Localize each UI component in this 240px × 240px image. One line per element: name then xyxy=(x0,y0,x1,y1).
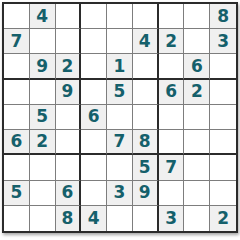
cell-r7c2[interactable] xyxy=(30,155,56,180)
cell-r2c2[interactable] xyxy=(30,29,56,54)
cell-r6c5[interactable]: 7 xyxy=(107,130,133,155)
cell-r2c7[interactable]: 2 xyxy=(159,29,185,54)
cell-r1c7[interactable] xyxy=(159,4,185,29)
cell-r8c2[interactable] xyxy=(30,181,56,206)
cell-r5c2[interactable]: 5 xyxy=(30,105,56,130)
cell-r5c7[interactable] xyxy=(159,105,185,130)
cell-r3c4[interactable] xyxy=(81,54,107,79)
cell-r4c7[interactable]: 6 xyxy=(159,80,185,105)
cell-r8c6[interactable]: 9 xyxy=(133,181,159,206)
cell-r1c3[interactable] xyxy=(56,4,82,29)
cell-r1c8[interactable] xyxy=(184,4,210,29)
cell-r6c3[interactable] xyxy=(56,130,82,155)
cell-r1c2[interactable]: 4 xyxy=(30,4,56,29)
cell-r4c9[interactable] xyxy=(210,80,236,105)
cell-r7c3[interactable] xyxy=(56,155,82,180)
cell-r3c6[interactable] xyxy=(133,54,159,79)
cell-r3c3[interactable]: 2 xyxy=(56,54,82,79)
cell-r4c4[interactable] xyxy=(81,80,107,105)
cell-r2c6[interactable]: 4 xyxy=(133,29,159,54)
cell-r5c5[interactable] xyxy=(107,105,133,130)
cell-r8c4[interactable] xyxy=(81,181,107,206)
cell-r6c7[interactable] xyxy=(159,130,185,155)
cell-r8c3[interactable]: 6 xyxy=(56,181,82,206)
cell-r9c7[interactable]: 3 xyxy=(159,206,185,231)
cell-r3c1[interactable] xyxy=(4,54,30,79)
cell-r9c3[interactable]: 8 xyxy=(56,206,82,231)
cell-r2c4[interactable] xyxy=(81,29,107,54)
cell-r7c6[interactable]: 5 xyxy=(133,155,159,180)
cell-r6c1[interactable]: 6 xyxy=(4,130,30,155)
cell-r4c2[interactable] xyxy=(30,80,56,105)
cell-r9c8[interactable] xyxy=(184,206,210,231)
cell-r3c7[interactable] xyxy=(159,54,185,79)
cell-r8c9[interactable] xyxy=(210,181,236,206)
cell-r5c1[interactable] xyxy=(4,105,30,130)
cell-r5c4[interactable]: 6 xyxy=(81,105,107,130)
sudoku-page: 487423921695625662785756398432 xyxy=(0,0,240,240)
cell-r8c7[interactable] xyxy=(159,181,185,206)
cell-r1c6[interactable] xyxy=(133,4,159,29)
cell-r4c5[interactable]: 5 xyxy=(107,80,133,105)
cell-r9c6[interactable] xyxy=(133,206,159,231)
cell-r3c9[interactable] xyxy=(210,54,236,79)
cell-r7c8[interactable] xyxy=(184,155,210,180)
cell-r1c5[interactable] xyxy=(107,4,133,29)
cell-r2c5[interactable] xyxy=(107,29,133,54)
cell-r2c9[interactable]: 3 xyxy=(210,29,236,54)
cell-r6c6[interactable]: 8 xyxy=(133,130,159,155)
cell-r2c3[interactable] xyxy=(56,29,82,54)
cell-r5c3[interactable] xyxy=(56,105,82,130)
cell-r5c8[interactable] xyxy=(184,105,210,130)
cell-r3c8[interactable]: 6 xyxy=(184,54,210,79)
cell-r8c5[interactable]: 3 xyxy=(107,181,133,206)
cell-r4c8[interactable]: 2 xyxy=(184,80,210,105)
cell-r5c6[interactable] xyxy=(133,105,159,130)
sudoku-board: 487423921695625662785756398432 xyxy=(2,2,238,233)
cell-r8c8[interactable] xyxy=(184,181,210,206)
cell-r1c1[interactable] xyxy=(4,4,30,29)
cell-r9c2[interactable] xyxy=(30,206,56,231)
cell-r9c5[interactable] xyxy=(107,206,133,231)
cell-r3c5[interactable]: 1 xyxy=(107,54,133,79)
cell-r7c1[interactable] xyxy=(4,155,30,180)
cell-r1c4[interactable] xyxy=(81,4,107,29)
cell-r2c1[interactable]: 7 xyxy=(4,29,30,54)
cell-r7c4[interactable] xyxy=(81,155,107,180)
cell-r7c9[interactable] xyxy=(210,155,236,180)
cell-r9c1[interactable] xyxy=(4,206,30,231)
cell-r1c9[interactable]: 8 xyxy=(210,4,236,29)
cell-r4c6[interactable] xyxy=(133,80,159,105)
cell-r6c8[interactable] xyxy=(184,130,210,155)
cell-r4c1[interactable] xyxy=(4,80,30,105)
cell-r6c4[interactable] xyxy=(81,130,107,155)
cell-r3c2[interactable]: 9 xyxy=(30,54,56,79)
cell-r6c2[interactable]: 2 xyxy=(30,130,56,155)
cell-r9c4[interactable]: 4 xyxy=(81,206,107,231)
cell-r2c8[interactable] xyxy=(184,29,210,54)
cell-r7c7[interactable]: 7 xyxy=(159,155,185,180)
cell-r7c5[interactable] xyxy=(107,155,133,180)
cell-r6c9[interactable] xyxy=(210,130,236,155)
cell-r9c9[interactable]: 2 xyxy=(210,206,236,231)
cell-r8c1[interactable]: 5 xyxy=(4,181,30,206)
cell-r4c3[interactable]: 9 xyxy=(56,80,82,105)
cell-r5c9[interactable] xyxy=(210,105,236,130)
